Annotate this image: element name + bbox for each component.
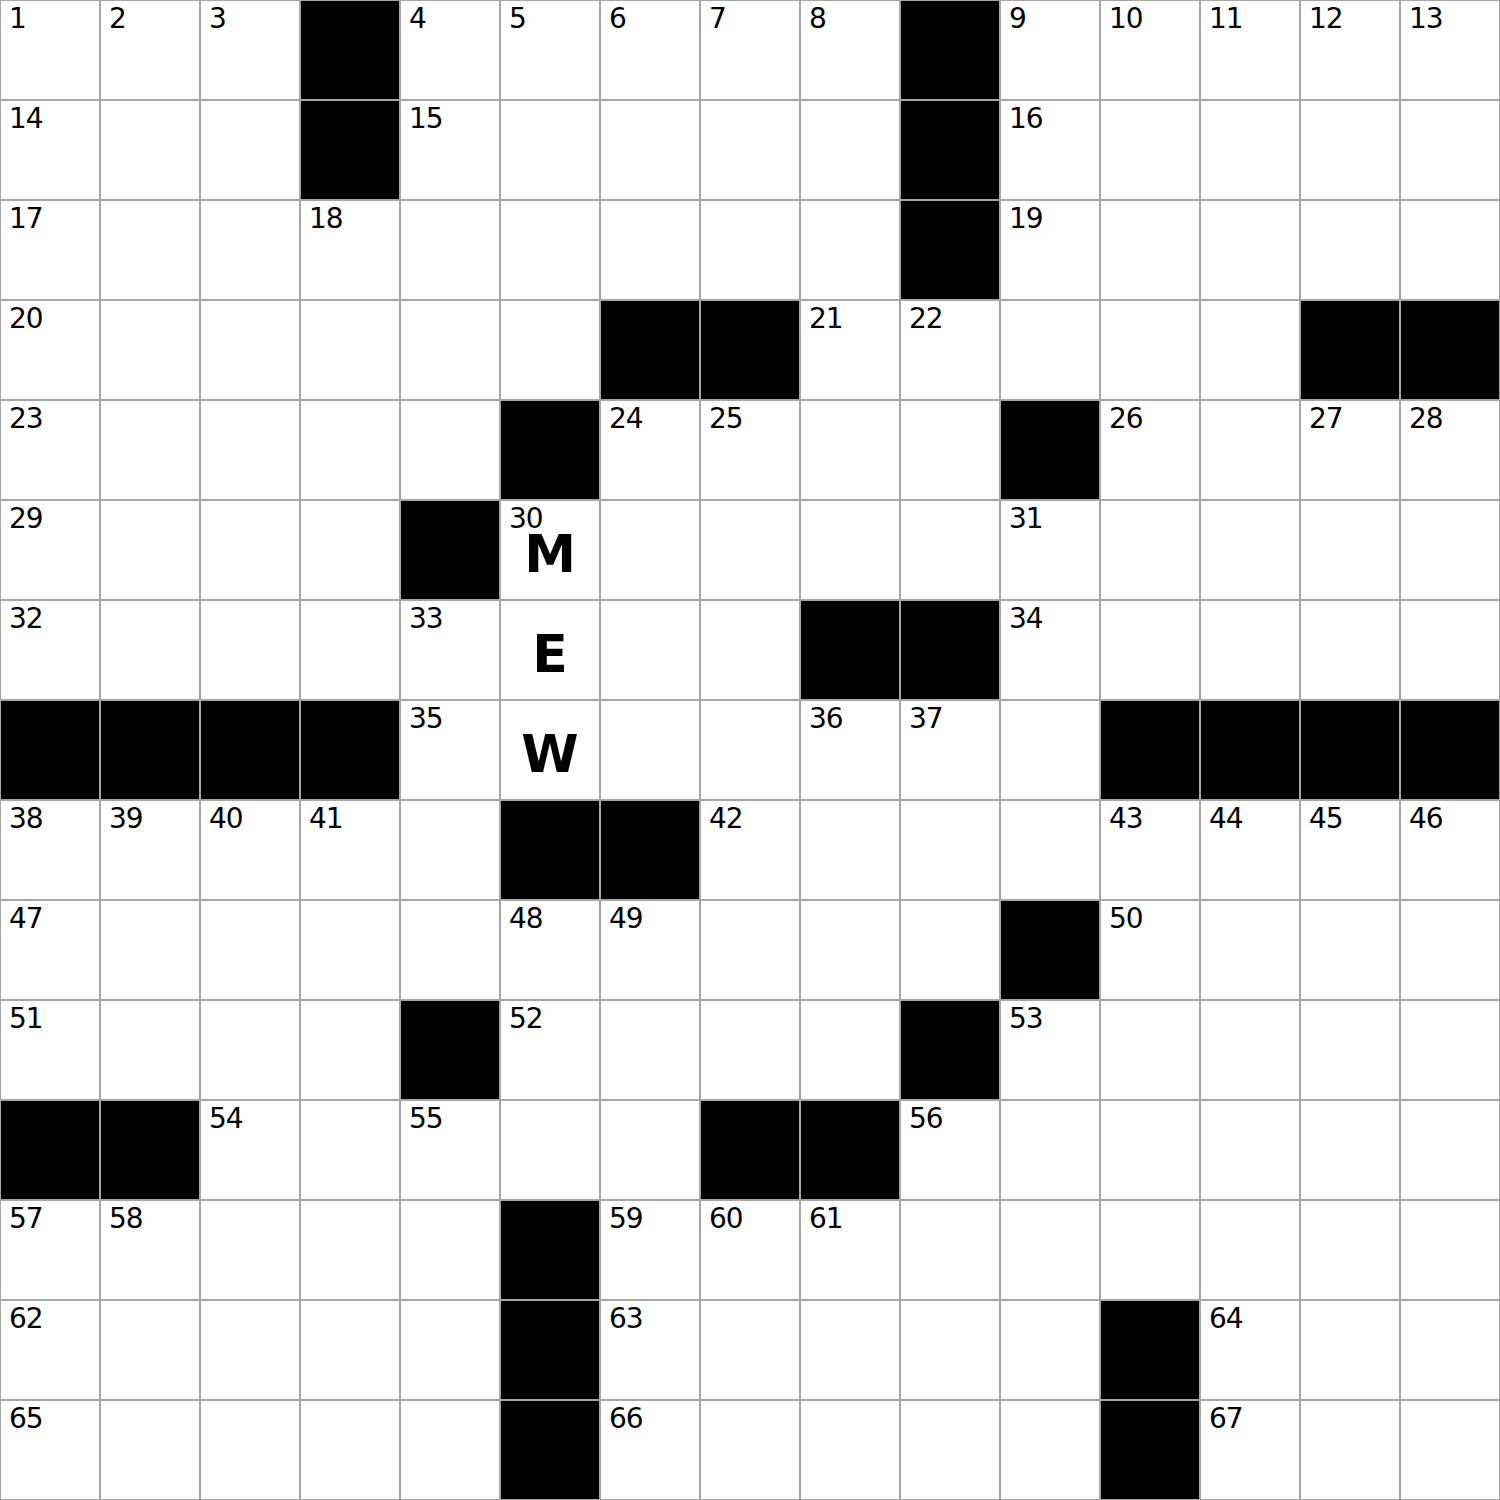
clue-number: 41 bbox=[309, 804, 343, 835]
clue-number: 10 bbox=[1109, 4, 1143, 35]
cell-r9c12[interactable]: 43 bbox=[1100, 800, 1200, 900]
cell-r9c2[interactable]: 39 bbox=[100, 800, 200, 900]
cell-r9c11[interactable] bbox=[1000, 800, 1100, 900]
clue-number: 4 bbox=[409, 4, 426, 35]
clue-number: 6 bbox=[609, 4, 626, 35]
black-cell-r1c10 bbox=[900, 0, 1000, 100]
clue-number: 44 bbox=[1209, 804, 1243, 835]
cell-r15c11[interactable] bbox=[1000, 1400, 1100, 1500]
cell-r5c12[interactable]: 26 bbox=[1100, 400, 1200, 500]
cell-r10c3[interactable] bbox=[200, 900, 300, 1000]
cell-r7c3[interactable] bbox=[200, 600, 300, 700]
cell-r10c15[interactable] bbox=[1400, 900, 1500, 1000]
cell-r9c15[interactable]: 46 bbox=[1400, 800, 1500, 900]
cell-r11c4[interactable] bbox=[300, 1000, 400, 1100]
cell-r4c2[interactable] bbox=[100, 300, 200, 400]
clue-number: 65 bbox=[9, 1404, 43, 1435]
clue-number: 37 bbox=[909, 704, 943, 735]
clue-number: 15 bbox=[409, 104, 443, 135]
clue-number: 51 bbox=[9, 1004, 43, 1035]
cell-r3c6[interactable] bbox=[500, 200, 600, 300]
cell-r12c15[interactable] bbox=[1400, 1100, 1500, 1200]
black-cell-r4c14 bbox=[1300, 300, 1400, 400]
cell-r2c11[interactable]: 16 bbox=[1000, 100, 1100, 200]
cell-r13c8[interactable]: 60 bbox=[700, 1200, 800, 1300]
cell-r10c5[interactable] bbox=[400, 900, 500, 1000]
clue-number: 7 bbox=[709, 4, 726, 35]
cell-r15c4[interactable] bbox=[300, 1400, 400, 1500]
black-cell-r4c8 bbox=[700, 300, 800, 400]
clue-number: 43 bbox=[1109, 804, 1143, 835]
cell-r1c15[interactable]: 13 bbox=[1400, 0, 1500, 100]
cell-r8c5[interactable]: 35 bbox=[400, 700, 500, 800]
cell-r11c1[interactable]: 51 bbox=[0, 1000, 100, 1100]
cell-r5c7[interactable]: 24 bbox=[600, 400, 700, 500]
cell-r11c3[interactable] bbox=[200, 1000, 300, 1100]
cell-r5c5[interactable] bbox=[400, 400, 500, 500]
clue-number: 46 bbox=[1409, 804, 1443, 835]
cell-r4c12[interactable] bbox=[1100, 300, 1200, 400]
cell-r6c2[interactable] bbox=[100, 500, 200, 600]
clue-number: 57 bbox=[9, 1204, 43, 1235]
cell-r4c5[interactable] bbox=[400, 300, 500, 400]
black-cell-r8c13 bbox=[1200, 700, 1300, 800]
cell-r6c7[interactable] bbox=[600, 500, 700, 600]
cell-r3c14[interactable] bbox=[1300, 200, 1400, 300]
cell-r14c14[interactable] bbox=[1300, 1300, 1400, 1400]
crossword-page: 1234567891011121314151617181920212223242… bbox=[0, 0, 1500, 1500]
cell-r2c9[interactable] bbox=[800, 100, 900, 200]
cell-r3c4[interactable]: 18 bbox=[300, 200, 400, 300]
cell-r5c15[interactable]: 28 bbox=[1400, 400, 1500, 500]
clue-number: 21 bbox=[809, 304, 843, 335]
cell-r15c9[interactable] bbox=[800, 1400, 900, 1500]
cell-r14c7[interactable]: 63 bbox=[600, 1300, 700, 1400]
cell-r15c8[interactable] bbox=[700, 1400, 800, 1500]
clue-number: 63 bbox=[609, 1304, 643, 1335]
cell-r1c9[interactable]: 8 bbox=[800, 0, 900, 100]
clue-number: 8 bbox=[809, 4, 826, 35]
cell-r3c9[interactable] bbox=[800, 200, 900, 300]
cell-r6c4[interactable] bbox=[300, 500, 400, 600]
cell-r15c2[interactable] bbox=[100, 1400, 200, 1500]
clue-number: 47 bbox=[9, 904, 43, 935]
cell-r8c7[interactable] bbox=[600, 700, 700, 800]
cell-r2c1[interactable]: 14 bbox=[0, 100, 100, 200]
cell-r5c8[interactable]: 25 bbox=[700, 400, 800, 500]
cell-r15c13[interactable]: 67 bbox=[1200, 1400, 1300, 1500]
cell-r13c15[interactable] bbox=[1400, 1200, 1500, 1300]
black-cell-r1c4 bbox=[300, 0, 400, 100]
black-cell-r9c7 bbox=[600, 800, 700, 900]
clue-number: 29 bbox=[9, 504, 43, 535]
cell-r8c10[interactable]: 37 bbox=[900, 700, 1000, 800]
cell-r7c15[interactable] bbox=[1400, 600, 1500, 700]
cell-r9c9[interactable] bbox=[800, 800, 900, 900]
cell-r7c1[interactable]: 32 bbox=[0, 600, 100, 700]
cell-r13c14[interactable] bbox=[1300, 1200, 1400, 1300]
clue-number: 62 bbox=[9, 1304, 43, 1335]
cell-r7c7[interactable] bbox=[600, 600, 700, 700]
cell-r12c12[interactable] bbox=[1100, 1100, 1200, 1200]
clue-number: 18 bbox=[309, 204, 343, 235]
cell-r5c10[interactable] bbox=[900, 400, 1000, 500]
cell-r2c2[interactable] bbox=[100, 100, 200, 200]
clue-number: 11 bbox=[1209, 4, 1243, 35]
black-cell-r7c10 bbox=[900, 600, 1000, 700]
cell-r2c12[interactable] bbox=[1100, 100, 1200, 200]
cell-r10c12[interactable]: 50 bbox=[1100, 900, 1200, 1000]
cell-r3c15[interactable] bbox=[1400, 200, 1500, 300]
cell-r4c3[interactable] bbox=[200, 300, 300, 400]
black-cell-r2c10 bbox=[900, 100, 1000, 200]
cell-r12c14[interactable] bbox=[1300, 1100, 1400, 1200]
cell-r12c3[interactable]: 54 bbox=[200, 1100, 300, 1200]
black-cell-r8c15 bbox=[1400, 700, 1500, 800]
clue-number: 55 bbox=[409, 1104, 443, 1135]
cell-r2c5[interactable]: 15 bbox=[400, 100, 500, 200]
clue-number: 20 bbox=[9, 304, 43, 335]
black-cell-r9c6 bbox=[500, 800, 600, 900]
cell-r3c5[interactable] bbox=[400, 200, 500, 300]
cell-r1c8[interactable]: 7 bbox=[700, 0, 800, 100]
cell-r3c8[interactable] bbox=[700, 200, 800, 300]
black-cell-r8c3 bbox=[200, 700, 300, 800]
cell-r12c5[interactable]: 55 bbox=[400, 1100, 500, 1200]
cell-r14c11[interactable] bbox=[1000, 1300, 1100, 1400]
cell-r6c11[interactable]: 31 bbox=[1000, 500, 1100, 600]
clue-number: 35 bbox=[409, 704, 443, 735]
black-cell-r5c11 bbox=[1000, 400, 1100, 500]
cell-r3c11[interactable]: 19 bbox=[1000, 200, 1100, 300]
cell-r9c3[interactable]: 40 bbox=[200, 800, 300, 900]
cell-r10c7[interactable]: 49 bbox=[600, 900, 700, 1000]
clue-number: 56 bbox=[909, 1104, 943, 1135]
clue-number: 64 bbox=[1209, 1304, 1243, 1335]
black-cell-r11c5 bbox=[400, 1000, 500, 1100]
black-cell-r15c6 bbox=[500, 1400, 600, 1500]
cell-r11c2[interactable] bbox=[100, 1000, 200, 1100]
cell-r3c2[interactable] bbox=[100, 200, 200, 300]
cell-r3c7[interactable] bbox=[600, 200, 700, 300]
cell-r14c10[interactable] bbox=[900, 1300, 1000, 1400]
black-cell-r7c9 bbox=[800, 600, 900, 700]
cell-r3c12[interactable] bbox=[1100, 200, 1200, 300]
cell-r13c11[interactable] bbox=[1000, 1200, 1100, 1300]
cell-r9c13[interactable]: 44 bbox=[1200, 800, 1300, 900]
clue-number: 23 bbox=[9, 404, 43, 435]
cell-r10c13[interactable] bbox=[1200, 900, 1300, 1000]
cell-r2c3[interactable] bbox=[200, 100, 300, 200]
cell-r11c6[interactable]: 52 bbox=[500, 1000, 600, 1100]
clue-number: 3 bbox=[209, 4, 226, 35]
cell-r3c13[interactable] bbox=[1200, 200, 1300, 300]
cell-r13c4[interactable] bbox=[300, 1200, 400, 1300]
clue-number: 49 bbox=[609, 904, 643, 935]
cell-r12c6[interactable] bbox=[500, 1100, 600, 1200]
cell-r2c8[interactable] bbox=[700, 100, 800, 200]
cell-r12c10[interactable]: 56 bbox=[900, 1100, 1000, 1200]
cell-r11c14[interactable] bbox=[1300, 1000, 1400, 1100]
cell-r7c6[interactable]: E bbox=[500, 600, 600, 700]
black-cell-r12c1 bbox=[0, 1100, 100, 1200]
cell-r5c2[interactable] bbox=[100, 400, 200, 500]
black-cell-r10c11 bbox=[1000, 900, 1100, 1000]
clue-number: 19 bbox=[1009, 204, 1043, 235]
black-cell-r12c8 bbox=[700, 1100, 800, 1200]
cell-r1c13[interactable]: 11 bbox=[1200, 0, 1300, 100]
cell-r9c8[interactable]: 42 bbox=[700, 800, 800, 900]
cell-r14c4[interactable] bbox=[300, 1300, 400, 1400]
cell-r10c8[interactable] bbox=[700, 900, 800, 1000]
clue-number: 59 bbox=[609, 1204, 643, 1235]
cell-r5c13[interactable] bbox=[1200, 400, 1300, 500]
clue-number: 12 bbox=[1309, 4, 1343, 35]
clue-number: 27 bbox=[1309, 404, 1343, 435]
cell-r6c1[interactable]: 29 bbox=[0, 500, 100, 600]
black-cell-r13c6 bbox=[500, 1200, 600, 1300]
clue-number: 22 bbox=[909, 304, 943, 335]
clue-number: 38 bbox=[9, 804, 43, 835]
black-cell-r6c5 bbox=[400, 500, 500, 600]
clue-number: 17 bbox=[9, 204, 43, 235]
cell-r4c6[interactable] bbox=[500, 300, 600, 400]
cell-r7c13[interactable] bbox=[1200, 600, 1300, 700]
cell-r8c11[interactable] bbox=[1000, 700, 1100, 800]
cell-r14c9[interactable] bbox=[800, 1300, 900, 1400]
cell-r7c14[interactable] bbox=[1300, 600, 1400, 700]
cell-r6c13[interactable] bbox=[1200, 500, 1300, 600]
cell-r6c6[interactable]: 30M bbox=[500, 500, 600, 600]
cell-r10c14[interactable] bbox=[1300, 900, 1400, 1000]
cell-r13c2[interactable]: 58 bbox=[100, 1200, 200, 1300]
cell-r14c1[interactable]: 62 bbox=[0, 1300, 100, 1400]
cell-r1c7[interactable]: 6 bbox=[600, 0, 700, 100]
cell-r6c8[interactable] bbox=[700, 500, 800, 600]
cell-letter: W bbox=[501, 701, 599, 799]
black-cell-r15c12 bbox=[1100, 1400, 1200, 1500]
cell-r7c2[interactable] bbox=[100, 600, 200, 700]
cell-r4c13[interactable] bbox=[1200, 300, 1300, 400]
clue-number: 1 bbox=[9, 4, 26, 35]
clue-number: 61 bbox=[809, 1204, 843, 1235]
clue-number: 54 bbox=[209, 1104, 243, 1135]
cell-r14c8[interactable] bbox=[700, 1300, 800, 1400]
clue-number: 45 bbox=[1309, 804, 1343, 835]
cell-r8c9[interactable]: 36 bbox=[800, 700, 900, 800]
cell-r13c3[interactable] bbox=[200, 1200, 300, 1300]
cell-r1c5[interactable]: 4 bbox=[400, 0, 500, 100]
cell-r9c10[interactable] bbox=[900, 800, 1000, 900]
cell-r3c1[interactable]: 17 bbox=[0, 200, 100, 300]
cell-r5c14[interactable]: 27 bbox=[1300, 400, 1400, 500]
cell-r12c11[interactable] bbox=[1000, 1100, 1100, 1200]
cell-r13c1[interactable]: 57 bbox=[0, 1200, 100, 1300]
black-cell-r5c6 bbox=[500, 400, 600, 500]
black-cell-r11c10 bbox=[900, 1000, 1000, 1100]
cell-r5c9[interactable] bbox=[800, 400, 900, 500]
black-cell-r4c7 bbox=[600, 300, 700, 400]
cell-r1c14[interactable]: 12 bbox=[1300, 0, 1400, 100]
black-cell-r2c4 bbox=[300, 100, 400, 200]
cell-r11c15[interactable] bbox=[1400, 1000, 1500, 1100]
cell-r5c4[interactable] bbox=[300, 400, 400, 500]
clue-number: 50 bbox=[1109, 904, 1143, 935]
cell-r6c10[interactable] bbox=[900, 500, 1000, 600]
cell-r4c1[interactable]: 20 bbox=[0, 300, 100, 400]
clue-number: 32 bbox=[9, 604, 43, 635]
cell-r11c7[interactable] bbox=[600, 1000, 700, 1100]
cell-r11c13[interactable] bbox=[1200, 1000, 1300, 1100]
black-cell-r14c6 bbox=[500, 1300, 600, 1400]
clue-number: 28 bbox=[1409, 404, 1443, 435]
cell-r5c1[interactable]: 23 bbox=[0, 400, 100, 500]
black-cell-r14c12 bbox=[1100, 1300, 1200, 1400]
cell-r14c5[interactable] bbox=[400, 1300, 500, 1400]
clue-number: 34 bbox=[1009, 604, 1043, 635]
cell-r2c15[interactable] bbox=[1400, 100, 1500, 200]
cell-r13c5[interactable] bbox=[400, 1200, 500, 1300]
clue-number: 66 bbox=[609, 1404, 643, 1435]
cell-r7c12[interactable] bbox=[1100, 600, 1200, 700]
cell-r8c8[interactable] bbox=[700, 700, 800, 800]
cell-r11c9[interactable] bbox=[800, 1000, 900, 1100]
clue-number: 24 bbox=[609, 404, 643, 435]
cell-r3c3[interactable] bbox=[200, 200, 300, 300]
cell-r1c12[interactable]: 10 bbox=[1100, 0, 1200, 100]
cell-r11c12[interactable] bbox=[1100, 1000, 1200, 1100]
cell-r13c12[interactable] bbox=[1100, 1200, 1200, 1300]
crossword-grid: 1234567891011121314151617181920212223242… bbox=[0, 0, 1500, 1500]
cell-r10c10[interactable] bbox=[900, 900, 1000, 1000]
cell-r12c7[interactable] bbox=[600, 1100, 700, 1200]
black-cell-r8c4 bbox=[300, 700, 400, 800]
cell-r7c11[interactable]: 34 bbox=[1000, 600, 1100, 700]
cell-r1c11[interactable]: 9 bbox=[1000, 0, 1100, 100]
cell-r15c10[interactable] bbox=[900, 1400, 1000, 1500]
black-cell-r8c2 bbox=[100, 700, 200, 800]
clue-number: 48 bbox=[509, 904, 543, 935]
cell-r10c2[interactable] bbox=[100, 900, 200, 1000]
cell-r12c13[interactable] bbox=[1200, 1100, 1300, 1200]
cell-r15c7[interactable]: 66 bbox=[600, 1400, 700, 1500]
black-cell-r8c1 bbox=[0, 700, 100, 800]
clue-number: 67 bbox=[1209, 1404, 1243, 1435]
clue-number: 31 bbox=[1009, 504, 1043, 535]
cell-r4c4[interactable] bbox=[300, 300, 400, 400]
clue-number: 2 bbox=[109, 4, 126, 35]
cell-r8c6[interactable]: W bbox=[500, 700, 600, 800]
cell-r2c14[interactable] bbox=[1300, 100, 1400, 200]
black-cell-r8c12 bbox=[1100, 700, 1200, 800]
cell-r6c9[interactable] bbox=[800, 500, 900, 600]
cell-r10c4[interactable] bbox=[300, 900, 400, 1000]
black-cell-r12c2 bbox=[100, 1100, 200, 1200]
cell-r6c3[interactable] bbox=[200, 500, 300, 600]
clue-number: 33 bbox=[409, 604, 443, 635]
clue-number: 39 bbox=[109, 804, 143, 835]
cell-r15c1[interactable]: 65 bbox=[0, 1400, 100, 1500]
clue-number: 36 bbox=[809, 704, 843, 735]
black-cell-r4c15 bbox=[1400, 300, 1500, 400]
cell-r9c14[interactable]: 45 bbox=[1300, 800, 1400, 900]
clue-number: 14 bbox=[9, 104, 43, 135]
clue-number: 25 bbox=[709, 404, 743, 435]
cell-r1c6[interactable]: 5 bbox=[500, 0, 600, 100]
black-cell-r3c10 bbox=[900, 200, 1000, 300]
cell-r7c5[interactable]: 33 bbox=[400, 600, 500, 700]
clue-number: 26 bbox=[1109, 404, 1143, 435]
cell-r2c6[interactable] bbox=[500, 100, 600, 200]
cell-r13c10[interactable] bbox=[900, 1200, 1000, 1300]
clue-number: 52 bbox=[509, 1004, 543, 1035]
cell-r13c7[interactable]: 59 bbox=[600, 1200, 700, 1300]
cell-r14c15[interactable] bbox=[1400, 1300, 1500, 1400]
cell-r1c3[interactable]: 3 bbox=[200, 0, 300, 100]
clue-number: 53 bbox=[1009, 1004, 1043, 1035]
cell-letter: M bbox=[501, 501, 599, 599]
cell-letter: E bbox=[501, 601, 599, 699]
cell-r10c9[interactable] bbox=[800, 900, 900, 1000]
cell-r6c15[interactable] bbox=[1400, 500, 1500, 600]
cell-r7c8[interactable] bbox=[700, 600, 800, 700]
cell-r12c4[interactable] bbox=[300, 1100, 400, 1200]
clue-number: 16 bbox=[1009, 104, 1043, 135]
cell-r15c14[interactable] bbox=[1300, 1400, 1400, 1500]
cell-r11c8[interactable] bbox=[700, 1000, 800, 1100]
cell-r4c11[interactable] bbox=[1000, 300, 1100, 400]
cell-r5c3[interactable] bbox=[200, 400, 300, 500]
clue-number: 9 bbox=[1009, 4, 1026, 35]
cell-r14c3[interactable] bbox=[200, 1300, 300, 1400]
cell-r6c14[interactable] bbox=[1300, 500, 1400, 600]
cell-r7c4[interactable] bbox=[300, 600, 400, 700]
cell-r9c1[interactable]: 38 bbox=[0, 800, 100, 900]
black-cell-r8c14 bbox=[1300, 700, 1400, 800]
cell-r6c12[interactable] bbox=[1100, 500, 1200, 600]
cell-r2c7[interactable] bbox=[600, 100, 700, 200]
clue-number: 60 bbox=[709, 1204, 743, 1235]
cell-r13c13[interactable] bbox=[1200, 1200, 1300, 1300]
cell-r9c5[interactable] bbox=[400, 800, 500, 900]
cell-r9c4[interactable]: 41 bbox=[300, 800, 400, 900]
cell-r10c1[interactable]: 47 bbox=[0, 900, 100, 1000]
cell-r15c5[interactable] bbox=[400, 1400, 500, 1500]
clue-number: 5 bbox=[509, 4, 526, 35]
black-cell-r12c9 bbox=[800, 1100, 900, 1200]
cell-r14c2[interactable] bbox=[100, 1300, 200, 1400]
clue-number: 13 bbox=[1409, 4, 1443, 35]
cell-r15c15[interactable] bbox=[1400, 1400, 1500, 1500]
cell-r11c11[interactable]: 53 bbox=[1000, 1000, 1100, 1100]
cell-r4c10[interactable]: 22 bbox=[900, 300, 1000, 400]
cell-r15c3[interactable] bbox=[200, 1400, 300, 1500]
cell-r14c13[interactable]: 64 bbox=[1200, 1300, 1300, 1400]
clue-number: 58 bbox=[109, 1204, 143, 1235]
cell-r2c13[interactable] bbox=[1200, 100, 1300, 200]
cell-r1c2[interactable]: 2 bbox=[100, 0, 200, 100]
cell-r10c6[interactable]: 48 bbox=[500, 900, 600, 1000]
cell-r1c1[interactable]: 1 bbox=[0, 0, 100, 100]
clue-number: 42 bbox=[709, 804, 743, 835]
cell-r4c9[interactable]: 21 bbox=[800, 300, 900, 400]
clue-number: 40 bbox=[209, 804, 243, 835]
cell-r13c9[interactable]: 61 bbox=[800, 1200, 900, 1300]
